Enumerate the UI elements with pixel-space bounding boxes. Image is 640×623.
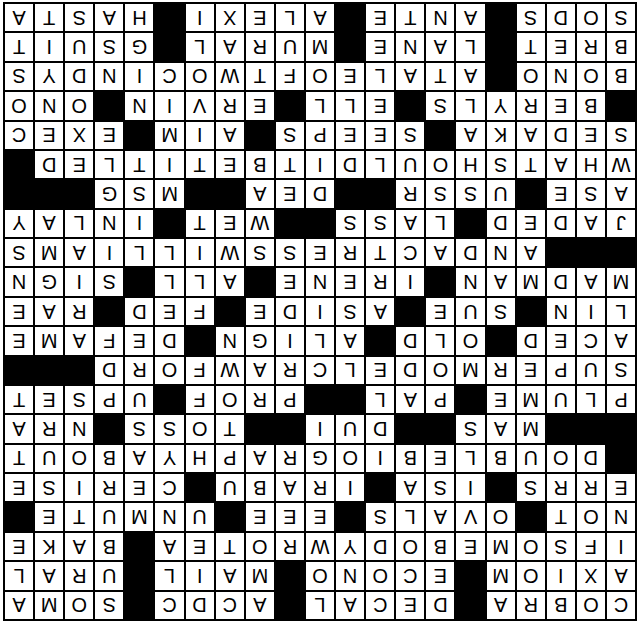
- block-cell: [577, 239, 605, 266]
- letter-cell: M: [487, 562, 515, 589]
- letter-cell: T: [426, 63, 454, 90]
- letter-cell: S: [95, 592, 123, 619]
- block-cell: [547, 239, 575, 266]
- letter-cell: E: [246, 298, 274, 325]
- letter-cell: T: [517, 151, 545, 178]
- letter-cell: L: [155, 268, 183, 295]
- letter-cell: A: [517, 239, 545, 266]
- letter-cell: R: [246, 33, 274, 60]
- letter-cell: C: [216, 592, 244, 619]
- letter-cell: E: [517, 210, 545, 237]
- letter-cell: B: [607, 33, 635, 60]
- letter-cell: U: [95, 562, 123, 589]
- letter-cell: R: [276, 357, 304, 384]
- letter-cell: O: [577, 63, 605, 90]
- letter-cell: I: [155, 92, 183, 119]
- letter-cell: E: [547, 92, 575, 119]
- letter-cell: P: [607, 386, 635, 413]
- letter-cell: E: [276, 180, 304, 207]
- letter-cell: K: [487, 122, 515, 149]
- letter-cell: R: [577, 474, 605, 501]
- letter-cell: D: [65, 63, 93, 90]
- letter-cell: I: [456, 474, 484, 501]
- letter-cell: I: [65, 474, 93, 501]
- block-cell: [487, 4, 515, 31]
- letter-cell: E: [336, 122, 364, 149]
- letter-cell: M: [35, 327, 63, 354]
- letter-cell: S: [426, 180, 454, 207]
- letter-cell: A: [5, 4, 33, 31]
- block-cell: [487, 474, 515, 501]
- letter-cell: T: [125, 151, 153, 178]
- letter-cell: T: [216, 533, 244, 560]
- letter-cell: Y: [487, 92, 515, 119]
- letter-cell: A: [35, 298, 63, 325]
- letter-cell: U: [577, 357, 605, 384]
- letter-cell: S: [547, 533, 575, 560]
- letter-cell: X: [577, 562, 605, 589]
- letter-cell: E: [517, 357, 545, 384]
- letter-cell: T: [276, 151, 304, 178]
- block-cell: [306, 210, 334, 237]
- letter-cell: O: [5, 92, 33, 119]
- letter-cell: S: [336, 210, 364, 237]
- letter-cell: X: [65, 122, 93, 149]
- block-cell: [607, 92, 635, 119]
- letter-cell: T: [186, 151, 214, 178]
- letter-cell: T: [5, 445, 33, 472]
- block-cell: [547, 415, 575, 442]
- letter-cell: G: [306, 445, 334, 472]
- letter-cell: R: [65, 562, 93, 589]
- letter-cell: B: [577, 92, 605, 119]
- letter-cell: C: [607, 592, 635, 619]
- letter-cell: I: [125, 210, 153, 237]
- block-cell: [517, 503, 545, 530]
- letter-cell: C: [396, 239, 424, 266]
- block-cell: [336, 33, 364, 60]
- letter-cell: T: [5, 33, 33, 60]
- letter-cell: D: [426, 592, 454, 619]
- letter-cell: G: [95, 180, 123, 207]
- letter-cell: R: [517, 592, 545, 619]
- letter-cell: A: [246, 357, 274, 384]
- letter-cell: T: [366, 239, 394, 266]
- letter-cell: M: [607, 268, 635, 295]
- letter-cell: N: [607, 503, 635, 530]
- block-cell: [487, 327, 515, 354]
- letter-cell: A: [426, 503, 454, 530]
- letter-cell: S: [35, 474, 63, 501]
- letter-cell: A: [336, 327, 364, 354]
- letter-cell: H: [456, 151, 484, 178]
- letter-cell: C: [155, 592, 183, 619]
- letter-cell: O: [65, 92, 93, 119]
- letter-cell: U: [396, 151, 424, 178]
- letter-cell: F: [95, 327, 123, 354]
- block-cell: [65, 180, 93, 207]
- block-cell: [95, 415, 123, 442]
- letter-cell: E: [607, 474, 635, 501]
- letter-cell: D: [366, 415, 394, 442]
- block-cell: [426, 122, 454, 149]
- letter-cell: O: [517, 63, 545, 90]
- letter-cell: Y: [336, 533, 364, 560]
- letter-cell: H: [577, 151, 605, 178]
- letter-cell: A: [216, 268, 244, 295]
- letter-cell: E: [125, 474, 153, 501]
- letter-cell: O: [186, 63, 214, 90]
- letter-cell: A: [5, 415, 33, 442]
- letter-cell: F: [186, 357, 214, 384]
- block-cell: [276, 592, 304, 619]
- letter-cell: W: [216, 239, 244, 266]
- letter-cell: D: [577, 445, 605, 472]
- letter-cell: C: [306, 357, 334, 384]
- letter-cell: S: [607, 357, 635, 384]
- letter-cell: E: [306, 503, 334, 530]
- letter-cell: U: [186, 503, 214, 530]
- letter-cell: F: [186, 386, 214, 413]
- letter-cell: E: [5, 327, 33, 354]
- block-cell: [276, 210, 304, 237]
- letter-cell: A: [65, 327, 93, 354]
- letter-cell: E: [426, 298, 454, 325]
- letter-cell: N: [125, 92, 153, 119]
- letter-cell: D: [366, 533, 394, 560]
- letter-cell: A: [216, 562, 244, 589]
- letter-cell: R: [487, 357, 515, 384]
- letter-cell: B: [246, 474, 274, 501]
- letter-cell: N: [306, 268, 334, 295]
- letter-cell: E: [276, 268, 304, 295]
- block-cell: [517, 180, 545, 207]
- letter-cell: S: [125, 180, 153, 207]
- block-cell: [95, 298, 123, 325]
- letter-cell: M: [125, 503, 153, 530]
- letter-cell: L: [186, 33, 214, 60]
- letter-cell: U: [547, 386, 575, 413]
- letter-cell: B: [95, 533, 123, 560]
- letter-cell: E: [246, 503, 274, 530]
- letter-cell: L: [396, 503, 424, 530]
- block-cell: [366, 327, 394, 354]
- letter-cell: E: [125, 327, 153, 354]
- letter-cell: R: [35, 415, 63, 442]
- letter-cell: E: [246, 92, 274, 119]
- block-cell: [186, 180, 214, 207]
- letter-cell: B: [607, 63, 635, 90]
- block-cell: [396, 298, 424, 325]
- block-cell: [246, 268, 274, 295]
- letter-cell: G: [246, 327, 274, 354]
- letter-cell: O: [65, 445, 93, 472]
- letter-cell: C: [155, 474, 183, 501]
- letter-cell: E: [456, 533, 484, 560]
- letter-cell: L: [65, 210, 93, 237]
- letter-cell: D: [155, 327, 183, 354]
- letter-cell: O: [487, 503, 515, 530]
- letter-cell: A: [216, 122, 244, 149]
- letter-cell: O: [246, 533, 274, 560]
- letter-cell: S: [95, 268, 123, 295]
- letter-cell: M: [246, 562, 274, 589]
- letter-cell: O: [216, 386, 244, 413]
- letter-cell: D: [306, 180, 334, 207]
- block-cell: [5, 503, 33, 530]
- letter-cell: E: [5, 533, 33, 560]
- letter-cell: S: [155, 415, 183, 442]
- letter-cell: R: [336, 239, 364, 266]
- letter-cell: L: [336, 357, 364, 384]
- letter-cell: O: [306, 562, 334, 589]
- letter-cell: L: [125, 239, 153, 266]
- letter-cell: A: [35, 562, 63, 589]
- letter-cell: A: [396, 210, 424, 237]
- letter-cell: L: [95, 151, 123, 178]
- letter-cell: U: [35, 445, 63, 472]
- letter-cell: O: [65, 592, 93, 619]
- letter-cell: T: [396, 4, 424, 31]
- letter-cell: M: [456, 357, 484, 384]
- letter-cell: O: [547, 445, 575, 472]
- letter-cell: E: [35, 122, 63, 149]
- letter-cell: C: [5, 122, 33, 149]
- letter-cell: O: [517, 533, 545, 560]
- letter-cell: U: [95, 503, 123, 530]
- letter-cell: D: [336, 151, 364, 178]
- letter-cell: R: [276, 445, 304, 472]
- block-cell: [607, 415, 635, 442]
- letter-cell: D: [35, 151, 63, 178]
- letter-cell: I: [65, 268, 93, 295]
- letter-cell: U: [125, 386, 153, 413]
- block-cell: [216, 298, 244, 325]
- letter-cell: E: [35, 503, 63, 530]
- letter-cell: F: [577, 533, 605, 560]
- letter-cell: T: [186, 210, 214, 237]
- letter-cell: T: [216, 415, 244, 442]
- letter-cell: S: [517, 4, 545, 31]
- letter-cell: L: [306, 92, 334, 119]
- letter-cell: C: [155, 63, 183, 90]
- letter-cell: E: [276, 503, 304, 530]
- letter-cell: A: [396, 386, 424, 413]
- letter-cell: L: [456, 92, 484, 119]
- letter-cell: U: [65, 33, 93, 60]
- letter-cell: B: [426, 533, 454, 560]
- block-cell: [396, 415, 424, 442]
- letter-cell: N: [487, 239, 515, 266]
- block-cell: [125, 562, 153, 589]
- letter-cell: E: [487, 386, 515, 413]
- letter-cell: Y: [35, 63, 63, 90]
- letter-cell: F: [186, 298, 214, 325]
- block-cell: [125, 122, 153, 149]
- letter-cell: L: [276, 4, 304, 31]
- letter-cell: B: [95, 445, 123, 472]
- letter-cell: D: [125, 298, 153, 325]
- letter-cell: A: [95, 4, 123, 31]
- letter-cell: T: [5, 386, 33, 413]
- block-cell: [456, 592, 484, 619]
- letter-cell: S: [65, 386, 93, 413]
- letter-cell: S: [456, 180, 484, 207]
- letter-cell: E: [5, 474, 33, 501]
- block-cell: [35, 180, 63, 207]
- letter-cell: E: [246, 4, 274, 31]
- block-cell: [396, 92, 424, 119]
- block-cell: [607, 445, 635, 472]
- letter-cell: E: [547, 180, 575, 207]
- letter-cell: D: [517, 327, 545, 354]
- letter-cell: P: [306, 122, 334, 149]
- letter-cell: W: [246, 210, 274, 237]
- letter-cell: R: [396, 180, 424, 207]
- letter-cell: L: [306, 592, 334, 619]
- letter-cell: S: [396, 122, 424, 149]
- block-cell: [366, 474, 394, 501]
- letter-cell: A: [5, 592, 33, 619]
- letter-cell: O: [577, 4, 605, 31]
- block-cell: [336, 180, 364, 207]
- letter-cell: N: [396, 33, 424, 60]
- letter-cell: D: [186, 592, 214, 619]
- letter-cell: N: [95, 63, 123, 90]
- letter-cell: N: [35, 92, 63, 119]
- letter-cell: D: [276, 298, 304, 325]
- letter-cell: O: [426, 357, 454, 384]
- letter-cell: L: [155, 239, 183, 266]
- letter-cell: R: [246, 386, 274, 413]
- letter-cell: S: [65, 4, 93, 31]
- letter-cell: I: [276, 327, 304, 354]
- block-cell: [155, 33, 183, 60]
- block-cell: [125, 533, 153, 560]
- letter-cell: E: [186, 533, 214, 560]
- block-cell: [155, 4, 183, 31]
- letter-cell: A: [396, 474, 424, 501]
- letter-cell: L: [366, 151, 394, 178]
- block-cell: [246, 415, 274, 442]
- letter-cell: L: [306, 327, 334, 354]
- letter-cell: I: [186, 122, 214, 149]
- letter-cell: S: [487, 298, 515, 325]
- letter-cell: R: [65, 298, 93, 325]
- letter-cell: A: [65, 533, 93, 560]
- letter-cell: A: [487, 268, 515, 295]
- letter-cell: T: [547, 503, 575, 530]
- letter-cell: U: [276, 33, 304, 60]
- letter-cell: W: [306, 533, 334, 560]
- block-cell: [336, 503, 364, 530]
- letter-cell: E: [547, 327, 575, 354]
- block-cell: [577, 415, 605, 442]
- letter-cell: U: [456, 298, 484, 325]
- letter-cell: U: [487, 180, 515, 207]
- letter-cell: I: [95, 239, 123, 266]
- letter-cell: I: [186, 4, 214, 31]
- letter-cell: I: [547, 562, 575, 589]
- letter-cell: N: [5, 268, 33, 295]
- letter-cell: L: [607, 298, 635, 325]
- letter-cell: E: [216, 151, 244, 178]
- block-cell: [186, 474, 214, 501]
- letter-cell: B: [246, 151, 274, 178]
- letter-cell: I: [306, 151, 334, 178]
- letter-cell: E: [336, 63, 364, 90]
- letter-cell: T: [246, 63, 274, 90]
- letter-cell: A: [607, 327, 635, 354]
- letter-cell: X: [216, 4, 244, 31]
- letter-cell: E: [65, 151, 93, 178]
- letter-cell: V: [186, 92, 214, 119]
- block-cell: [35, 357, 63, 384]
- letter-cell: B: [547, 592, 575, 619]
- letter-cell: S: [5, 63, 33, 90]
- letter-cell: O: [306, 63, 334, 90]
- letter-cell: A: [396, 63, 424, 90]
- letter-cell: E: [577, 122, 605, 149]
- letter-cell: U: [517, 445, 545, 472]
- letter-cell: S: [426, 474, 454, 501]
- block-cell: [517, 298, 545, 325]
- letter-cell: R: [95, 474, 123, 501]
- letter-cell: A: [547, 151, 575, 178]
- letter-cell: E: [366, 122, 394, 149]
- letter-cell: A: [456, 122, 484, 149]
- block-cell: [276, 92, 304, 119]
- letter-cell: A: [426, 33, 454, 60]
- letter-cell: W: [216, 357, 244, 384]
- letter-cell: L: [155, 562, 183, 589]
- letter-cell: N: [216, 327, 244, 354]
- letter-cell: M: [155, 122, 183, 149]
- letter-cell: G: [35, 268, 63, 295]
- letter-cell: R: [216, 92, 244, 119]
- letter-cell: N: [95, 210, 123, 237]
- block-cell: [125, 268, 153, 295]
- letter-cell: O: [396, 533, 424, 560]
- letter-cell: S: [5, 239, 33, 266]
- letter-cell: A: [246, 445, 274, 472]
- letter-cell: S: [276, 122, 304, 149]
- block-cell: [5, 151, 33, 178]
- letter-cell: O: [426, 151, 454, 178]
- letter-cell: D: [396, 357, 424, 384]
- letter-cell: P: [95, 386, 123, 413]
- letter-cell: R: [517, 92, 545, 119]
- letter-cell: S: [366, 210, 394, 237]
- letter-cell: N: [155, 503, 183, 530]
- letter-cell: S: [336, 298, 364, 325]
- letter-cell: K: [35, 533, 63, 560]
- letter-cell: A: [607, 562, 635, 589]
- letter-cell: P: [276, 386, 304, 413]
- letter-cell: I: [336, 474, 364, 501]
- block-cell: [5, 357, 33, 384]
- letter-cell: M: [517, 386, 545, 413]
- block-cell: [276, 415, 304, 442]
- letter-cell: B: [487, 445, 515, 472]
- letter-cell: A: [426, 239, 454, 266]
- letter-cell: R: [276, 533, 304, 560]
- letter-cell: D: [487, 210, 515, 237]
- block-cell: [155, 210, 183, 237]
- block-cell: [366, 180, 394, 207]
- letter-cell: H: [125, 4, 153, 31]
- letter-cell: U: [336, 415, 364, 442]
